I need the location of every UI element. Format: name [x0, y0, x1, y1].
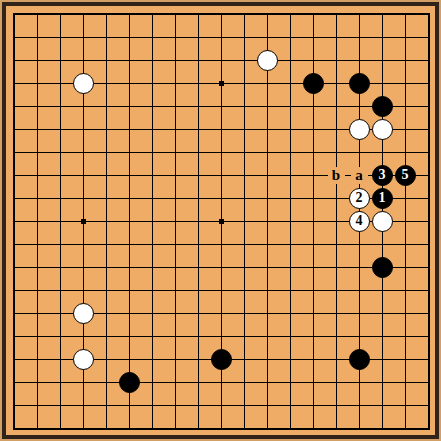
stone-white	[372, 211, 393, 232]
star-point	[81, 219, 86, 224]
stone-black: 5	[395, 165, 416, 186]
stone-black	[119, 372, 140, 393]
stone-white	[73, 73, 94, 94]
stone-black	[349, 73, 370, 94]
stone-black	[372, 96, 393, 117]
stone-white	[349, 119, 370, 140]
star-point	[219, 81, 224, 86]
stone-white	[257, 50, 278, 71]
stone-white	[73, 303, 94, 324]
point-label-b: b	[328, 167, 345, 184]
star-point	[219, 219, 224, 224]
board-cells: 35214ab	[3, 3, 440, 440]
stone-black	[211, 349, 232, 370]
stone-white	[73, 349, 94, 370]
stone-white: 4	[349, 211, 370, 232]
stone-white: 2	[349, 188, 370, 209]
stone-white	[372, 119, 393, 140]
stone-black	[303, 73, 324, 94]
stone-black: 1	[372, 188, 393, 209]
go-board-diagram: 35214ab	[0, 0, 441, 441]
stone-black: 3	[372, 165, 393, 186]
stone-black	[349, 349, 370, 370]
point-label-a: a	[351, 167, 368, 184]
stone-black	[372, 257, 393, 278]
